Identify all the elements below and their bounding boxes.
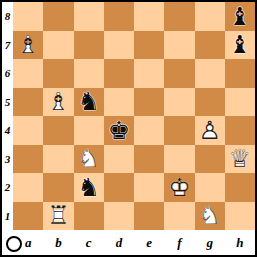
square-a7[interactable]: ♝♗ <box>13 31 43 60</box>
white-king-outline-icon: ♔ <box>164 173 194 202</box>
square-f3[interactable] <box>164 145 194 174</box>
white-bishop[interactable]: ♝♗ <box>13 31 43 60</box>
square-c2[interactable]: ♞ <box>74 173 104 202</box>
square-d4[interactable]: ♚ <box>104 116 134 145</box>
white-knight[interactable]: ♞♘ <box>74 145 104 174</box>
white-queen-icon: ♛ <box>225 145 255 174</box>
square-d3[interactable] <box>104 145 134 174</box>
rank-label-1: 1 <box>2 202 13 231</box>
square-d8[interactable] <box>104 2 134 31</box>
square-c6[interactable] <box>74 59 104 88</box>
chess-diagram: 87654321 ♝♝♗♝♝♗♞♚♟♙♞♘♛♕♞♚♔♜♖♞♘ abcdefgh <box>0 0 257 257</box>
square-c8[interactable] <box>74 2 104 31</box>
black-knight-icon: ♞ <box>74 88 104 117</box>
square-h7[interactable]: ♝ <box>225 31 255 60</box>
file-label-c: c <box>74 232 104 254</box>
square-e8[interactable] <box>134 2 164 31</box>
square-f4[interactable] <box>164 116 194 145</box>
file-label-f: f <box>164 232 194 254</box>
rank-label-4: 4 <box>2 116 13 145</box>
rank-label-3: 3 <box>2 145 13 174</box>
square-b3[interactable] <box>43 145 73 174</box>
square-c4[interactable] <box>74 116 104 145</box>
white-king-icon: ♚ <box>164 173 194 202</box>
black-bishop[interactable]: ♝ <box>225 31 255 60</box>
square-e5[interactable] <box>134 88 164 117</box>
white-knight-icon: ♞ <box>74 145 104 174</box>
white-bishop-icon: ♝ <box>43 88 73 117</box>
file-labels: abcdefgh <box>13 232 255 254</box>
black-knight[interactable]: ♞ <box>74 88 104 117</box>
white-bishop-icon: ♝ <box>13 31 43 60</box>
rank-label-8: 8 <box>2 2 13 31</box>
square-b4[interactable] <box>43 116 73 145</box>
file-label-e: e <box>134 232 164 254</box>
file-label-b: b <box>43 232 73 254</box>
white-pawn[interactable]: ♟♙ <box>195 116 225 145</box>
white-king[interactable]: ♚♔ <box>164 173 194 202</box>
rank-label-7: 7 <box>2 31 13 60</box>
square-a4[interactable] <box>13 116 43 145</box>
white-bishop[interactable]: ♝♗ <box>43 88 73 117</box>
square-f6[interactable] <box>164 59 194 88</box>
square-a2[interactable] <box>13 173 43 202</box>
rank-label-6: 6 <box>2 59 13 88</box>
black-bishop-icon: ♝ <box>225 31 255 60</box>
square-e1[interactable] <box>134 202 164 231</box>
square-e4[interactable] <box>134 116 164 145</box>
square-a1[interactable] <box>13 202 43 231</box>
black-knight[interactable]: ♞ <box>74 173 104 202</box>
square-g3[interactable] <box>195 145 225 174</box>
white-bishop-outline-icon: ♗ <box>13 31 43 60</box>
square-g2[interactable] <box>195 173 225 202</box>
square-b2[interactable] <box>43 173 73 202</box>
square-h6[interactable] <box>225 59 255 88</box>
square-c5[interactable]: ♞ <box>74 88 104 117</box>
file-label-d: d <box>104 232 134 254</box>
black-knight-icon: ♞ <box>74 173 104 202</box>
square-a3[interactable] <box>13 145 43 174</box>
black-bishop-icon: ♝ <box>225 2 255 31</box>
side-to-move-indicator <box>6 236 22 252</box>
square-a5[interactable] <box>13 88 43 117</box>
white-knight-icon: ♞ <box>195 202 225 231</box>
square-g6[interactable] <box>195 59 225 88</box>
square-d1[interactable] <box>104 202 134 231</box>
file-label-h: h <box>225 232 255 254</box>
white-rook[interactable]: ♜♖ <box>43 202 73 231</box>
square-g5[interactable] <box>195 88 225 117</box>
square-g7[interactable] <box>195 31 225 60</box>
square-c7[interactable] <box>74 31 104 60</box>
square-e2[interactable] <box>134 173 164 202</box>
square-f1[interactable] <box>164 202 194 231</box>
square-d5[interactable] <box>104 88 134 117</box>
black-king[interactable]: ♚ <box>104 116 134 145</box>
square-e3[interactable] <box>134 145 164 174</box>
square-c1[interactable] <box>74 202 104 231</box>
white-rook-outline-icon: ♖ <box>43 202 73 231</box>
black-bishop[interactable]: ♝ <box>225 2 255 31</box>
square-d2[interactable] <box>104 173 134 202</box>
square-f5[interactable] <box>164 88 194 117</box>
white-rook-icon: ♜ <box>43 202 73 231</box>
square-a6[interactable] <box>13 59 43 88</box>
square-c3[interactable]: ♞♘ <box>74 145 104 174</box>
square-a8[interactable] <box>13 2 43 31</box>
white-pawn-icon: ♟ <box>195 116 225 145</box>
square-h1[interactable] <box>225 202 255 231</box>
square-h8[interactable]: ♝ <box>225 2 255 31</box>
square-h2[interactable] <box>225 173 255 202</box>
square-b8[interactable] <box>43 2 73 31</box>
square-g4[interactable]: ♟♙ <box>195 116 225 145</box>
white-pawn-outline-icon: ♙ <box>195 116 225 145</box>
black-king-icon: ♚ <box>104 116 134 145</box>
white-queen-outline-icon: ♕ <box>225 145 255 174</box>
square-e7[interactable] <box>134 31 164 60</box>
white-knight[interactable]: ♞♘ <box>195 202 225 231</box>
square-e6[interactable] <box>134 59 164 88</box>
square-b1[interactable]: ♜♖ <box>43 202 73 231</box>
square-b5[interactable]: ♝♗ <box>43 88 73 117</box>
square-f8[interactable] <box>164 2 194 31</box>
square-g8[interactable] <box>195 2 225 31</box>
white-bishop-outline-icon: ♗ <box>43 88 73 117</box>
square-h4[interactable] <box>225 116 255 145</box>
square-f2[interactable]: ♚♔ <box>164 173 194 202</box>
square-b6[interactable] <box>43 59 73 88</box>
square-g1[interactable]: ♞♘ <box>195 202 225 231</box>
white-knight-outline-icon: ♘ <box>195 202 225 231</box>
square-b7[interactable] <box>43 31 73 60</box>
square-h5[interactable] <box>225 88 255 117</box>
square-d7[interactable] <box>104 31 134 60</box>
square-d6[interactable] <box>104 59 134 88</box>
rank-label-2: 2 <box>2 173 13 202</box>
rank-labels: 87654321 <box>2 2 13 230</box>
file-label-g: g <box>195 232 225 254</box>
white-knight-outline-icon: ♘ <box>74 145 104 174</box>
white-queen[interactable]: ♛♕ <box>225 145 255 174</box>
rank-label-5: 5 <box>2 88 13 117</box>
square-h3[interactable]: ♛♕ <box>225 145 255 174</box>
square-f7[interactable] <box>164 31 194 60</box>
chess-board: ♝♝♗♝♝♗♞♚♟♙♞♘♛♕♞♚♔♜♖♞♘ <box>13 2 255 230</box>
